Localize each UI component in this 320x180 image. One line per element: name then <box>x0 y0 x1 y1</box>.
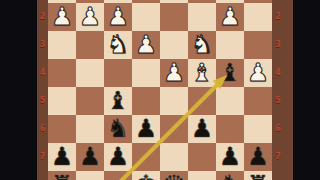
square-e3[interactable]: ♟ <box>132 31 160 59</box>
white-pawn-a4: ♟ <box>247 59 269 87</box>
white-pawn-h2: ♟ <box>51 3 73 31</box>
square-f6[interactable]: ♞ <box>104 115 132 143</box>
black-pawn-g7: ♟ <box>79 143 101 171</box>
square-a7[interactable]: ♟ <box>244 143 272 171</box>
rank-label-right-4: 4 <box>273 59 283 87</box>
square-d8[interactable]: ♛ <box>160 171 188 180</box>
square-b6[interactable] <box>216 115 244 143</box>
black-king-e8: ♚ <box>135 171 157 180</box>
chess-board[interactable]: ♜♚♛♝♜♟♟♟♟♞♟♞♟♝♝♟♝♞♟♟♟♟♟♟♟♜♚♛♞♜ <box>48 0 272 180</box>
white-bishop-c4: ♝ <box>191 59 213 87</box>
square-b7[interactable]: ♟ <box>216 143 244 171</box>
square-a3[interactable] <box>244 31 272 59</box>
black-rook-a8: ♜ <box>247 171 269 180</box>
square-c7[interactable] <box>188 143 216 171</box>
rank-label-left-3: 3 <box>37 31 48 59</box>
white-pawn-e3: ♟ <box>135 31 157 59</box>
square-f4[interactable] <box>104 59 132 87</box>
rank-label-right-2: 2 <box>273 3 283 31</box>
square-d3[interactable] <box>160 31 188 59</box>
rank-label-left-5: 5 <box>37 87 48 115</box>
square-c2[interactable] <box>188 3 216 31</box>
white-pawn-b2: ♟ <box>219 3 241 31</box>
rank-label-right-7: 7 <box>273 143 283 171</box>
square-e7[interactable] <box>132 143 160 171</box>
square-h3[interactable] <box>48 31 76 59</box>
black-knight-b8: ♞ <box>219 171 241 180</box>
square-g6[interactable] <box>76 115 104 143</box>
square-g3[interactable] <box>76 31 104 59</box>
black-bishop-f5: ♝ <box>107 87 129 115</box>
square-e6[interactable]: ♟ <box>132 115 160 143</box>
square-h5[interactable] <box>48 87 76 115</box>
square-d2[interactable] <box>160 3 188 31</box>
square-h6[interactable] <box>48 115 76 143</box>
square-c3[interactable]: ♞ <box>188 31 216 59</box>
rank-label-right-5: 5 <box>273 87 283 115</box>
square-e4[interactable] <box>132 59 160 87</box>
square-e2[interactable] <box>132 3 160 31</box>
square-f8[interactable] <box>104 171 132 180</box>
square-f3[interactable]: ♞ <box>104 31 132 59</box>
black-pawn-c6: ♟ <box>191 115 213 143</box>
white-knight-f3: ♞ <box>107 31 129 59</box>
square-a6[interactable] <box>244 115 272 143</box>
black-pawn-f7: ♟ <box>107 143 129 171</box>
black-bishop-b4: ♝ <box>219 59 241 87</box>
square-a5[interactable] <box>244 87 272 115</box>
square-c5[interactable] <box>188 87 216 115</box>
black-pawn-a7: ♟ <box>247 143 269 171</box>
rank-label-right-6: 6 <box>273 115 283 143</box>
square-h8[interactable]: ♜ <box>48 171 76 180</box>
square-d7[interactable] <box>160 143 188 171</box>
letterbox-left <box>0 0 37 180</box>
square-g2[interactable]: ♟ <box>76 3 104 31</box>
square-h7[interactable]: ♟ <box>48 143 76 171</box>
black-pawn-h7: ♟ <box>51 143 73 171</box>
square-e5[interactable] <box>132 87 160 115</box>
black-rook-h8: ♜ <box>51 171 73 180</box>
square-c8[interactable] <box>188 171 216 180</box>
square-b4[interactable]: ♝ <box>216 59 244 87</box>
square-d4[interactable]: ♟ <box>160 59 188 87</box>
square-f5[interactable]: ♝ <box>104 87 132 115</box>
square-h2[interactable]: ♟ <box>48 3 76 31</box>
square-h4[interactable] <box>48 59 76 87</box>
square-g8[interactable] <box>76 171 104 180</box>
square-b5[interactable] <box>216 87 244 115</box>
white-pawn-d4: ♟ <box>163 59 185 87</box>
rank-label-left-6: 6 <box>37 115 48 143</box>
square-g7[interactable]: ♟ <box>76 143 104 171</box>
square-a8[interactable]: ♜ <box>244 171 272 180</box>
white-pawn-f2: ♟ <box>107 3 129 31</box>
rank-label-left-4: 4 <box>37 59 48 87</box>
square-g4[interactable] <box>76 59 104 87</box>
square-b8[interactable]: ♞ <box>216 171 244 180</box>
black-pawn-b7: ♟ <box>219 143 241 171</box>
square-c4[interactable]: ♝ <box>188 59 216 87</box>
square-d5[interactable] <box>160 87 188 115</box>
square-g5[interactable] <box>76 87 104 115</box>
black-pawn-e6: ♟ <box>135 115 157 143</box>
black-knight-f6: ♞ <box>107 115 129 143</box>
square-f2[interactable]: ♟ <box>104 3 132 31</box>
letterbox-right <box>293 0 320 180</box>
rank-label-right-3: 3 <box>273 31 283 59</box>
square-a2[interactable] <box>244 3 272 31</box>
square-a4[interactable]: ♟ <box>244 59 272 87</box>
square-b2[interactable]: ♟ <box>216 3 244 31</box>
video-frame: ♜♚♛♝♜♟♟♟♟♞♟♞♟♝♝♟♝♞♟♟♟♟♟♟♟♜♚♛♞♜ 223344556… <box>0 0 320 180</box>
square-b3[interactable] <box>216 31 244 59</box>
white-knight-c3: ♞ <box>191 31 213 59</box>
square-f7[interactable]: ♟ <box>104 143 132 171</box>
rank-label-left-2: 2 <box>37 3 48 31</box>
black-queen-d8: ♛ <box>163 171 185 180</box>
square-c6[interactable]: ♟ <box>188 115 216 143</box>
square-e8[interactable]: ♚ <box>132 171 160 180</box>
rank-label-left-7: 7 <box>37 143 48 171</box>
white-pawn-g2: ♟ <box>79 3 101 31</box>
square-d6[interactable] <box>160 115 188 143</box>
